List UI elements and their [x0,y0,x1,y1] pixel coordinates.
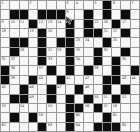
cell-number: 53 [2,104,6,108]
grid-cell[interactable]: 8 [66,10,74,18]
cell-number: 56 [85,104,89,108]
grid-cell[interactable] [75,29,83,37]
cell-number: 48 [85,85,89,89]
grid-cell[interactable]: 28 [57,48,65,56]
grid-cell[interactable] [57,95,65,103]
grid-cell[interactable]: 27 [47,48,55,56]
grid-cell[interactable] [131,104,139,112]
black-cell [84,20,92,28]
grid-cell[interactable]: 63 [47,123,55,131]
grid-cell[interactable]: 12 [38,20,46,28]
grid-cell[interactable] [131,123,139,131]
black-cell [20,85,28,93]
grid-cell[interactable]: 21 [103,29,111,37]
black-cell [29,76,37,84]
cell-number: 24 [85,38,89,42]
cell-number: 18 [2,29,6,33]
grid-cell[interactable] [94,113,102,121]
black-cell [57,10,65,18]
grid-cell[interactable]: 15 [94,20,102,28]
cell-number: 45 [2,85,6,89]
black-cell [112,20,120,28]
grid-cell[interactable] [121,1,129,9]
cell-number: 12 [39,20,43,24]
cell-number: 5 [94,1,96,5]
black-cell [75,104,83,112]
cell-number: 36 [11,66,15,70]
cell-number: 15 [94,20,98,24]
black-cell [66,20,74,28]
grid-cell[interactable] [57,57,65,65]
grid-cell[interactable]: 18 [1,29,9,37]
grid-cell[interactable] [10,85,18,93]
grid-cell[interactable] [20,1,28,9]
grid-cell[interactable] [121,38,129,46]
grid-cell[interactable] [1,95,9,103]
black-cell [103,10,111,18]
black-cell [103,1,111,9]
cell-number: 61 [113,113,117,117]
grid-cell[interactable] [10,104,18,112]
grid-cell[interactable] [38,85,46,93]
grid-cell[interactable]: 60 [75,113,83,121]
grid-cell[interactable] [75,10,83,18]
cell-number: 20 [48,29,52,33]
grid-cell[interactable] [1,10,9,18]
cell-number: 23 [76,38,80,42]
grid-cell[interactable]: 4 [75,1,83,9]
black-cell [10,10,18,18]
grid-cell[interactable] [10,29,18,37]
cell-number: 30 [103,48,107,52]
black-cell [112,95,120,103]
grid-cell[interactable]: 43 [121,76,129,84]
cell-number: 63 [48,123,52,127]
black-cell [10,113,18,121]
grid-cell[interactable]: 44 [131,76,139,84]
cell-number: 34 [76,57,80,61]
grid-cell[interactable]: 13 [47,20,55,28]
grid-cell[interactable] [57,123,65,131]
grid-cell[interactable]: 29 [75,48,83,56]
grid-cell[interactable]: 42 [84,76,92,84]
black-cell [103,113,111,121]
black-cell [112,66,120,74]
grid-cell[interactable]: 24 [84,38,92,46]
black-cell [103,123,111,131]
grid-cell[interactable] [131,10,139,18]
grid-cell[interactable]: 6 [112,1,120,9]
grid-cell[interactable] [29,123,37,131]
black-cell [94,123,102,131]
grid-cell[interactable] [84,57,92,65]
grid-cell[interactable]: 32 [10,57,18,65]
cell-number: 50 [94,95,98,99]
black-cell [84,66,92,74]
black-cell [112,123,120,131]
grid-cell[interactable] [131,57,139,65]
grid-cell[interactable] [47,113,55,121]
cell-number: 31 [2,57,6,61]
grid-cell[interactable] [103,57,111,65]
grid-cell[interactable]: 58 [112,104,120,112]
grid-cell[interactable]: 1 [1,1,9,9]
black-cell [38,48,46,56]
grid-cell[interactable]: 39 [10,76,18,84]
cell-number: 37 [39,66,43,70]
black-cell [103,76,111,84]
cell-number: 49 [29,95,33,99]
grid-cell[interactable] [20,66,28,74]
grid-cell[interactable] [84,113,92,121]
grid-cell[interactable] [57,29,65,37]
grid-cell[interactable] [10,1,18,9]
grid-cell[interactable] [131,20,139,28]
grid-cell[interactable] [131,95,139,103]
grid-cell[interactable]: 62 [1,123,9,131]
grid-cell[interactable] [1,38,9,46]
black-cell [66,66,74,74]
grid-cell[interactable] [29,10,37,18]
grid-cell[interactable] [121,66,129,74]
grid-cell[interactable]: 65 [121,123,129,131]
grid-cell[interactable] [29,38,37,46]
grid-cell[interactable]: 5 [94,1,102,9]
grid-cell[interactable] [131,29,139,37]
grid-cell[interactable]: 23 [75,38,83,46]
grid-cell[interactable]: 51 [103,95,111,103]
cell-number: 52 [122,95,126,99]
grid-cell[interactable]: 54 [20,104,28,112]
grid-cell[interactable]: 31 [1,57,9,65]
cell-number: 59 [39,113,43,117]
black-cell [1,66,9,74]
grid-cell[interactable]: 59 [38,113,46,121]
grid-cell[interactable]: 57 [103,104,111,112]
black-cell [20,38,28,46]
crossword-grid: 1234567891011121314151617181920212223242… [0,0,140,132]
grid-cell[interactable]: 56 [84,104,92,112]
grid-cell[interactable] [38,104,46,112]
black-cell [121,29,129,37]
grid-cell[interactable] [20,76,28,84]
cell-number: 6 [113,1,115,5]
cell-number: 26 [20,48,24,52]
black-cell [66,29,74,37]
black-cell [20,10,28,18]
cell-number: 60 [76,113,80,117]
black-cell [66,38,74,46]
cell-number: 14 [57,20,61,24]
grid-cell[interactable]: 2 [29,1,37,9]
black-cell [112,57,120,65]
grid-cell[interactable]: 17 [121,20,129,28]
cell-number: 55 [48,104,52,108]
grid-cell[interactable]: 40 [38,76,46,84]
black-cell [66,57,74,65]
cell-number: 2 [29,1,31,5]
cell-number: 51 [103,95,107,99]
grid-cell[interactable] [10,123,18,131]
grid-cell[interactable] [75,66,83,74]
cell-number: 33 [48,57,52,61]
grid-cell[interactable] [94,10,102,18]
grid-cell[interactable]: 26 [20,48,28,56]
black-cell [47,66,55,74]
grid-cell[interactable] [38,1,46,9]
black-cell [84,95,92,103]
black-cell [10,95,18,103]
grid-cell[interactable] [112,85,120,93]
grid-cell[interactable] [103,66,111,74]
grid-cell[interactable]: 45 [1,85,9,93]
cell-number: 38 [94,66,98,70]
black-cell [75,85,83,93]
grid-cell[interactable] [47,1,55,9]
black-cell [38,29,46,37]
grid-cell[interactable] [75,95,83,103]
grid-cell[interactable] [131,48,139,56]
black-cell [66,48,74,56]
grid-cell[interactable] [47,38,55,46]
cell-number: 62 [2,123,6,127]
black-cell [94,104,102,112]
cell-number: 54 [20,104,24,108]
cell-number: 41 [66,76,70,80]
grid-cell[interactable] [94,38,102,46]
grid-cell[interactable]: 9 [1,20,9,28]
grid-cell[interactable]: 11 [20,20,28,28]
grid-cell[interactable] [131,38,139,46]
cell-number: 7 [131,1,133,5]
grid-cell[interactable]: 20 [47,29,55,37]
grid-cell[interactable] [131,85,139,93]
grid-cell[interactable] [29,48,37,56]
grid-cell[interactable]: 46 [29,85,37,93]
grid-cell[interactable]: 47 [57,85,65,93]
black-cell [94,57,102,65]
grid-cell[interactable]: 41 [66,76,74,84]
grid-cell[interactable]: 30 [103,48,111,56]
cell-number: 42 [85,76,89,80]
black-cell [29,20,37,28]
grid-cell[interactable] [20,57,28,65]
black-cell [94,48,102,56]
cell-number: 39 [11,76,15,80]
grid-cell[interactable]: 3 [66,1,74,9]
grid-cell[interactable]: 14 [57,20,65,28]
grid-cell[interactable]: 48 [84,85,92,93]
grid-cell[interactable] [94,85,102,93]
black-cell [94,29,102,37]
grid-cell[interactable]: 33 [47,57,55,65]
grid-cell[interactable] [29,66,37,74]
black-cell [38,123,46,131]
cell-number: 10 [11,20,15,24]
grid-cell[interactable]: 37 [38,66,46,74]
black-cell [103,38,111,46]
grid-cell[interactable] [38,95,46,103]
cell-number: 40 [39,76,43,80]
cell-number: 29 [76,48,80,52]
black-cell [84,29,92,37]
grid-cell[interactable] [84,1,92,9]
black-cell [121,85,129,93]
cell-number: 28 [57,48,61,52]
grid-cell[interactable]: 34 [75,57,83,65]
cell-number: 44 [131,76,135,80]
black-cell [66,95,74,103]
grid-cell[interactable]: 22 [112,29,120,37]
cell-number: 21 [103,29,107,33]
cell-number: 11 [20,20,24,24]
grid-cell[interactable] [20,123,28,131]
grid-cell[interactable]: 50 [94,95,102,103]
grid-cell[interactable]: 19 [29,29,37,37]
black-cell [10,48,18,56]
grid-cell[interactable]: 35 [121,57,129,65]
grid-cell[interactable] [112,10,120,18]
black-cell [10,38,18,46]
grid-cell[interactable] [20,29,28,37]
cell-number: 64 [76,123,80,127]
black-cell [121,10,129,18]
grid-cell[interactable] [29,57,37,65]
black-cell [57,76,65,84]
cell-number: 17 [122,20,126,24]
grid-cell[interactable] [1,48,9,56]
cell-number: 35 [122,57,126,61]
black-cell [84,10,92,18]
cell-number: 32 [11,57,15,61]
grid-cell[interactable] [131,113,139,121]
grid-cell[interactable] [84,48,92,56]
black-cell [20,95,28,103]
cell-number: 4 [76,1,78,5]
cell-number: 58 [113,104,117,108]
black-cell [103,85,111,93]
cell-number: 13 [48,20,52,24]
grid-cell[interactable]: 16 [103,20,111,28]
grid-cell[interactable]: 61 [112,113,120,121]
grid-cell[interactable] [1,113,9,121]
black-cell [112,76,120,84]
cell-number: 3 [66,1,68,5]
black-cell [66,104,74,112]
cell-number: 9 [2,20,4,24]
black-cell [38,38,46,46]
grid-cell[interactable]: 53 [1,104,9,112]
black-cell [1,76,9,84]
grid-cell[interactable] [66,85,74,93]
crossword-board: 1234567891011121314151617181920212223242… [0,0,140,132]
cell-number: 25 [113,38,117,42]
grid-cell[interactable]: 49 [29,95,37,103]
grid-cell[interactable] [84,123,92,131]
grid-cell[interactable] [112,48,120,56]
grid-cell[interactable] [75,20,83,28]
black-cell [47,85,55,93]
grid-cell[interactable]: 64 [75,123,83,131]
black-cell [57,38,65,46]
grid-cell[interactable]: 25 [112,38,120,46]
cell-number: 16 [103,20,107,24]
grid-cell[interactable] [20,113,28,121]
cell-number: 8 [66,10,68,14]
black-cell [66,113,74,121]
black-cell [121,48,129,56]
grid-cell[interactable] [57,1,65,9]
grid-cell[interactable]: 55 [47,104,55,112]
grid-cell[interactable] [94,76,102,84]
grid-cell[interactable]: 10 [10,20,18,28]
grid-cell[interactable] [121,104,129,112]
grid-cell[interactable]: 7 [131,1,139,9]
grid-cell[interactable] [57,66,65,74]
grid-cell[interactable] [75,76,83,84]
cell-number: 27 [48,48,52,52]
cell-number: 57 [103,104,107,108]
grid-cell[interactable] [121,113,129,121]
cell-number: 1 [2,1,4,5]
black-cell [66,123,74,131]
black-cell [38,57,46,65]
cell-number: 19 [29,29,33,33]
grid-cell[interactable] [57,113,65,121]
black-cell [29,113,37,121]
grid-cell[interactable]: 52 [121,95,129,103]
grid-cell[interactable] [29,104,37,112]
black-cell [131,66,139,74]
black-cell [38,10,46,18]
cell-number: 65 [122,123,126,127]
grid-cell[interactable] [47,76,55,84]
black-cell [47,95,55,103]
cell-number: 22 [113,29,117,33]
black-cell [47,10,55,18]
grid-cell[interactable]: 38 [94,66,102,74]
cell-number: 43 [122,76,126,80]
grid-cell[interactable]: 36 [10,66,18,74]
grid-cell[interactable] [57,104,65,112]
cell-number: 46 [29,85,33,89]
cell-number: 47 [57,85,61,89]
